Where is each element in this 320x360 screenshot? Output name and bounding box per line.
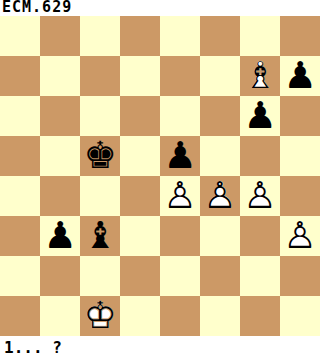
- piece-white-bishop[interactable]: ♝♗: [240, 56, 280, 96]
- black-pawn-glyph: ♟: [160, 136, 200, 176]
- square-a7[interactable]: [0, 56, 40, 96]
- square-b5[interactable]: [40, 136, 80, 176]
- square-h8[interactable]: [280, 16, 320, 56]
- move-prompt: 1... ?: [0, 336, 320, 360]
- square-a4[interactable]: [0, 176, 40, 216]
- square-g5[interactable]: [240, 136, 280, 176]
- square-g4[interactable]: ♟♙: [240, 176, 280, 216]
- square-b7[interactable]: [40, 56, 80, 96]
- square-f3[interactable]: [200, 216, 240, 256]
- square-h4[interactable]: [280, 176, 320, 216]
- piece-white-pawn[interactable]: ♟♙: [160, 176, 200, 216]
- square-f2[interactable]: [200, 256, 240, 296]
- square-h6[interactable]: [280, 96, 320, 136]
- white-pawn-outline: ♙: [200, 176, 240, 216]
- square-c2[interactable]: [80, 256, 120, 296]
- piece-white-pawn[interactable]: ♟♙: [240, 176, 280, 216]
- piece-black-pawn[interactable]: ♟: [240, 96, 280, 136]
- square-g1[interactable]: [240, 296, 280, 336]
- square-g6[interactable]: ♟: [240, 96, 280, 136]
- square-d6[interactable]: [120, 96, 160, 136]
- black-pawn-glyph: ♟: [280, 56, 320, 96]
- square-c3[interactable]: ♝: [80, 216, 120, 256]
- square-h3[interactable]: ♟♙: [280, 216, 320, 256]
- square-h5[interactable]: [280, 136, 320, 176]
- square-g8[interactable]: [240, 16, 280, 56]
- white-pawn-outline: ♙: [160, 176, 200, 216]
- square-e8[interactable]: [160, 16, 200, 56]
- square-f5[interactable]: [200, 136, 240, 176]
- square-h2[interactable]: [280, 256, 320, 296]
- square-a2[interactable]: [0, 256, 40, 296]
- piece-black-pawn[interactable]: ♟: [160, 136, 200, 176]
- square-d2[interactable]: [120, 256, 160, 296]
- square-c1[interactable]: ♚♔: [80, 296, 120, 336]
- square-c6[interactable]: [80, 96, 120, 136]
- square-b2[interactable]: [40, 256, 80, 296]
- square-c7[interactable]: [80, 56, 120, 96]
- square-b3[interactable]: ♟: [40, 216, 80, 256]
- square-b1[interactable]: [40, 296, 80, 336]
- square-a8[interactable]: [0, 16, 40, 56]
- black-bishop-glyph: ♝: [80, 216, 120, 256]
- square-b8[interactable]: [40, 16, 80, 56]
- square-c8[interactable]: [80, 16, 120, 56]
- piece-black-bishop[interactable]: ♝: [80, 216, 120, 256]
- square-f7[interactable]: [200, 56, 240, 96]
- piece-white-pawn[interactable]: ♟♙: [280, 216, 320, 256]
- square-f6[interactable]: [200, 96, 240, 136]
- square-g2[interactable]: [240, 256, 280, 296]
- square-d5[interactable]: [120, 136, 160, 176]
- white-bishop-outline: ♗: [240, 56, 280, 96]
- puzzle-title: ECM.629: [0, 0, 320, 16]
- piece-white-king[interactable]: ♚♔: [80, 296, 120, 336]
- square-e1[interactable]: [160, 296, 200, 336]
- square-e7[interactable]: [160, 56, 200, 96]
- square-d1[interactable]: [120, 296, 160, 336]
- square-e3[interactable]: [160, 216, 200, 256]
- square-c4[interactable]: [80, 176, 120, 216]
- piece-black-king[interactable]: ♚: [80, 136, 120, 176]
- square-c5[interactable]: ♚: [80, 136, 120, 176]
- square-e4[interactable]: ♟♙: [160, 176, 200, 216]
- square-e6[interactable]: [160, 96, 200, 136]
- white-pawn-outline: ♙: [240, 176, 280, 216]
- square-h1[interactable]: [280, 296, 320, 336]
- square-h7[interactable]: ♟: [280, 56, 320, 96]
- square-e2[interactable]: [160, 256, 200, 296]
- square-d8[interactable]: [120, 16, 160, 56]
- square-d4[interactable]: [120, 176, 160, 216]
- square-a6[interactable]: [0, 96, 40, 136]
- black-king-glyph: ♚: [80, 136, 120, 176]
- chess-board: ♝♗♟♟♚♟♟♙♟♙♟♙♟♝♟♙♚♔: [0, 16, 320, 336]
- black-pawn-glyph: ♟: [240, 96, 280, 136]
- square-g3[interactable]: [240, 216, 280, 256]
- square-a5[interactable]: [0, 136, 40, 176]
- square-a3[interactable]: [0, 216, 40, 256]
- square-d3[interactable]: [120, 216, 160, 256]
- square-a1[interactable]: [0, 296, 40, 336]
- piece-black-pawn[interactable]: ♟: [280, 56, 320, 96]
- square-d7[interactable]: [120, 56, 160, 96]
- chess-puzzle-screen: ECM.629 ♝♗♟♟♚♟♟♙♟♙♟♙♟♝♟♙♚♔ 1... ?: [0, 0, 320, 360]
- square-e5[interactable]: ♟: [160, 136, 200, 176]
- square-f1[interactable]: [200, 296, 240, 336]
- square-g7[interactable]: ♝♗: [240, 56, 280, 96]
- piece-white-pawn[interactable]: ♟♙: [200, 176, 240, 216]
- black-pawn-glyph: ♟: [40, 216, 80, 256]
- square-f4[interactable]: ♟♙: [200, 176, 240, 216]
- square-b6[interactable]: [40, 96, 80, 136]
- square-b4[interactable]: [40, 176, 80, 216]
- square-f8[interactable]: [200, 16, 240, 56]
- piece-black-pawn[interactable]: ♟: [40, 216, 80, 256]
- white-pawn-outline: ♙: [280, 216, 320, 256]
- white-king-outline: ♔: [80, 296, 120, 336]
